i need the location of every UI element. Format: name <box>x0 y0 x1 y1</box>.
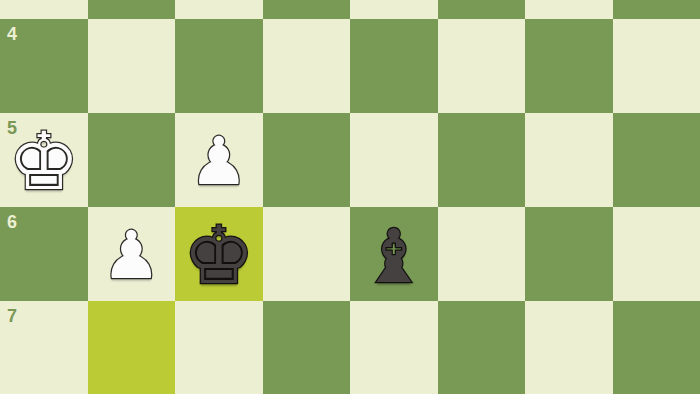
square-e7[interactable] <box>263 301 351 394</box>
square-e4[interactable] <box>263 19 351 113</box>
square-h4[interactable]: 4 <box>0 19 88 113</box>
square-g3[interactable] <box>88 0 176 19</box>
square-a5[interactable] <box>613 113 700 207</box>
square-h6[interactable]: 6 <box>0 207 88 301</box>
square-b6[interactable] <box>525 207 613 301</box>
square-d5[interactable] <box>350 113 438 207</box>
square-f4[interactable] <box>175 19 263 113</box>
square-e6[interactable] <box>263 207 351 301</box>
square-a7[interactable] <box>613 301 700 394</box>
square-d3[interactable] <box>350 0 438 19</box>
square-f7[interactable] <box>175 301 263 394</box>
square-b5[interactable] <box>525 113 613 207</box>
square-f3[interactable] <box>175 0 263 19</box>
square-g5[interactable] <box>88 113 176 207</box>
square-f6[interactable]: ♚ <box>175 207 263 301</box>
square-b4[interactable] <box>525 19 613 113</box>
square-b3[interactable] <box>525 0 613 19</box>
square-d4[interactable] <box>350 19 438 113</box>
square-a6[interactable] <box>613 207 700 301</box>
square-d6[interactable]: ♝ <box>350 207 438 301</box>
square-a3[interactable] <box>613 0 700 19</box>
square-a4[interactable] <box>613 19 700 113</box>
white-pawn[interactable]: ♟ <box>102 223 161 289</box>
square-c4[interactable] <box>438 19 526 113</box>
square-h7[interactable]: 7 <box>0 301 88 394</box>
square-c5[interactable] <box>438 113 526 207</box>
white-king[interactable]: ♚ <box>8 122 80 202</box>
black-bishop[interactable]: ♝ <box>361 219 427 293</box>
square-d7[interactable] <box>350 301 438 394</box>
square-f5[interactable]: ♟ <box>175 113 263 207</box>
square-c3[interactable] <box>438 0 526 19</box>
square-e5[interactable] <box>263 113 351 207</box>
rank-label-6: 6 <box>7 213 17 231</box>
black-king[interactable]: ♚ <box>183 216 255 296</box>
square-b7[interactable] <box>525 301 613 394</box>
square-h3[interactable] <box>0 0 88 19</box>
square-c7[interactable] <box>438 301 526 394</box>
chess-board: 45♚♟6♟♚♝7 <box>0 0 700 394</box>
square-e3[interactable] <box>263 0 351 19</box>
white-pawn[interactable]: ♟ <box>189 129 248 195</box>
rank-label-7: 7 <box>7 307 17 325</box>
rank-label-4: 4 <box>7 25 17 43</box>
square-g6[interactable]: ♟ <box>88 207 176 301</box>
square-c6[interactable] <box>438 207 526 301</box>
square-g7[interactable] <box>88 301 176 394</box>
square-h5[interactable]: 5♚ <box>0 113 88 207</box>
square-g4[interactable] <box>88 19 176 113</box>
